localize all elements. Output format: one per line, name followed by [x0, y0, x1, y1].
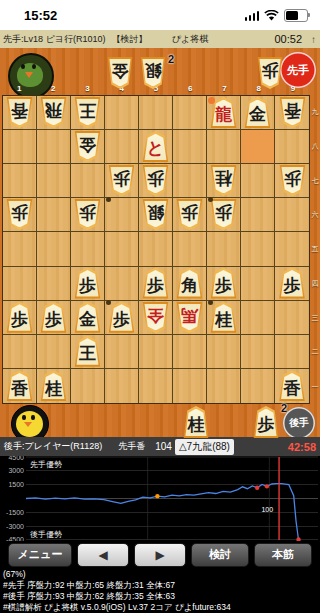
- square-9二[interactable]: [275, 335, 309, 369]
- piece-歩: 歩: [209, 268, 238, 299]
- piece-歩: 歩: [5, 302, 34, 333]
- square-3四[interactable]: 歩: [71, 267, 105, 301]
- gote-clock: 42:58: [288, 441, 316, 453]
- hand-piece-桂[interactable]: 桂: [182, 406, 210, 438]
- hand-piece-count: 2: [168, 53, 174, 65]
- square-9三[interactable]: [275, 301, 309, 335]
- square-3三[interactable]: 金: [71, 301, 105, 335]
- square-2五[interactable]: [37, 232, 71, 266]
- svg-text:4500: 4500: [8, 456, 24, 461]
- square-3九[interactable]: 王: [71, 96, 105, 130]
- file-label-9: 9: [276, 84, 310, 93]
- file-label-6: 6: [173, 84, 207, 93]
- square-6四[interactable]: 角: [173, 267, 207, 301]
- rank-label: 九: [310, 95, 320, 129]
- sente-clock: 00:52: [274, 33, 302, 45]
- square-6六[interactable]: 歩: [173, 198, 207, 232]
- piece-と: と: [141, 131, 170, 162]
- square-8四[interactable]: [241, 267, 275, 301]
- piece-歩: 歩: [107, 165, 136, 196]
- svg-text:後手優勢: 後手優勢: [30, 530, 62, 539]
- rank-label: 七: [310, 164, 320, 198]
- square-3八[interactable]: 金: [71, 130, 105, 164]
- square-1二[interactable]: [3, 335, 37, 369]
- svg-text:-3000: -3000: [6, 523, 24, 530]
- square-7二[interactable]: [207, 335, 241, 369]
- square-7八[interactable]: [207, 130, 241, 164]
- status-bar: 15:52: [0, 0, 320, 30]
- evaluation-graph[interactable]: 450030001500-1500-3000-4500先手優勢後手優勢100: [0, 456, 320, 541]
- analysis-text[interactable]: (67%)#先手 序盤力:92 中盤力:65 終盤力:31 全体:67#後手 序…: [0, 568, 320, 613]
- piece-歩: 歩: [39, 302, 68, 333]
- piece-全: 全: [141, 302, 170, 333]
- up-arrow-icon[interactable]: ↑: [311, 34, 316, 45]
- square-8一[interactable]: [241, 369, 275, 403]
- piece-王: 王: [73, 97, 102, 128]
- piece-桂: 桂: [182, 406, 210, 438]
- svg-text:3000: 3000: [8, 467, 24, 474]
- control-bar: メニュー ◀ ▶ 検討 本筋: [0, 541, 320, 568]
- square-3七[interactable]: [71, 164, 105, 198]
- square-8九[interactable]: 金: [241, 96, 275, 130]
- square-7四[interactable]: 歩: [207, 267, 241, 301]
- square-2八[interactable]: [37, 130, 71, 164]
- square-1七[interactable]: [3, 164, 37, 198]
- piece-歩: 歩: [5, 199, 34, 230]
- piece-王: 王: [73, 336, 102, 367]
- square-9六[interactable]: [275, 198, 309, 232]
- square-1六[interactable]: 歩: [3, 198, 37, 232]
- piece-歩: 歩: [73, 268, 102, 299]
- piece-金: 金: [73, 302, 102, 333]
- square-3六[interactable]: 歩: [71, 198, 105, 232]
- sente-player-label: 先手:Lv18 ピヨ行(R1010): [3, 33, 105, 46]
- square-9一[interactable]: 香: [275, 369, 309, 403]
- piece-歩: 歩: [175, 199, 204, 230]
- square-7九[interactable]: 龍: [207, 96, 241, 130]
- app-title: ぴよ将棋: [172, 33, 208, 46]
- piece-香: 香: [5, 97, 34, 128]
- move-number: 104: [155, 441, 172, 452]
- piece-桂: 桂: [209, 165, 238, 196]
- square-3二[interactable]: 王: [71, 335, 105, 369]
- square-7七[interactable]: 桂: [207, 164, 241, 198]
- file-label-1: 1: [2, 84, 36, 93]
- svg-text:100: 100: [261, 506, 273, 513]
- piece-馬: 馬: [175, 302, 204, 333]
- square-5七[interactable]: 歩: [139, 164, 173, 198]
- square-6三[interactable]: 馬: [173, 301, 207, 335]
- square-6五[interactable]: [173, 232, 207, 266]
- square-9七[interactable]: 歩: [275, 164, 309, 198]
- shogi-board: 香飛王龍金香金と歩歩桂歩歩歩銀歩歩歩歩角歩歩歩歩金歩全馬桂王香桂香: [2, 95, 310, 404]
- header-bar: 先手:Lv18 ピヨ行(R1010) 【検討】 ぴよ将棋 00:52 ↑: [0, 30, 320, 48]
- analysis-line: #先手 序盤力:92 中盤力:65 終盤力:31 全体:67: [3, 580, 317, 591]
- svg-text:1500: 1500: [8, 481, 24, 488]
- file-label-7: 7: [207, 84, 241, 93]
- square-6九[interactable]: [173, 96, 207, 130]
- square-4一[interactable]: [105, 369, 139, 403]
- turn-indicator: 先手番: [118, 440, 145, 453]
- square-8八[interactable]: [241, 130, 275, 164]
- square-6八[interactable]: [173, 130, 207, 164]
- piece-歩: 歩: [141, 165, 170, 196]
- rank-label: 一: [310, 370, 320, 404]
- piece-桂: 桂: [209, 302, 238, 333]
- star-point: [106, 300, 111, 305]
- piece-歩: 歩: [107, 302, 136, 333]
- square-5九[interactable]: [139, 96, 173, 130]
- rank-label: 二: [310, 335, 320, 369]
- next-move-button[interactable]: ▶: [134, 543, 186, 567]
- square-7五[interactable]: [207, 232, 241, 266]
- clock-time: 15:52: [24, 8, 57, 23]
- piece-銀: 銀: [141, 199, 170, 230]
- square-3一[interactable]: [71, 369, 105, 403]
- square-5四[interactable]: 歩: [139, 267, 173, 301]
- square-4八[interactable]: [105, 130, 139, 164]
- square-1三[interactable]: 歩: [3, 301, 37, 335]
- battery-icon: [284, 9, 308, 22]
- square-9八[interactable]: [275, 130, 309, 164]
- last-move-text[interactable]: △7九龍(88): [175, 439, 234, 455]
- move-info-bar: 後手:プレイヤー(R1128) 先手番 104 △7九龍(88) 42:58: [0, 437, 320, 456]
- square-1四[interactable]: [3, 267, 37, 301]
- analysis-line: #棋譜解析 ぴよ将棋 v.5.0.9(iOS) Lv.37 2コア ぴよfutu…: [3, 602, 317, 613]
- analysis-line: #後手 序盤力:93 中盤力:62 終盤力:35 全体:63: [3, 591, 317, 602]
- signal-bars-icon: [245, 11, 260, 21]
- piece-歩: 歩: [209, 199, 238, 230]
- square-9四[interactable]: 歩: [275, 267, 309, 301]
- rank-label: 三: [310, 301, 320, 335]
- piece-桂: 桂: [39, 370, 68, 401]
- piece-飛: 飛: [39, 97, 68, 128]
- square-5一[interactable]: [139, 369, 173, 403]
- menu-button[interactable]: メニュー: [8, 543, 72, 567]
- piece-歩: 歩: [141, 268, 170, 299]
- file-label-2: 2: [36, 84, 70, 93]
- square-5八[interactable]: と: [139, 130, 173, 164]
- piece-香: 香: [278, 97, 307, 128]
- board-frame: 金銀2歩 先手 123456789 香飛王龍金香金と歩歩桂歩歩歩銀歩歩歩歩角歩歩…: [0, 48, 320, 437]
- piece-歩: 歩: [278, 268, 307, 299]
- square-4九[interactable]: [105, 96, 139, 130]
- rank-label: 四: [310, 267, 320, 301]
- last-move-marker: [208, 97, 215, 104]
- piyo-shogi-app: 15:52 先手:Lv18 ピヨ行(R1010) 【検討】 ぴよ将棋 00:52…: [0, 0, 320, 613]
- piece-金: 金: [73, 131, 102, 162]
- square-1五[interactable]: [3, 232, 37, 266]
- kento-button[interactable]: 検討: [191, 543, 249, 567]
- square-8五[interactable]: [241, 232, 275, 266]
- square-2二[interactable]: [37, 335, 71, 369]
- square-6七[interactable]: [173, 164, 207, 198]
- gote-player-label: 後手:プレイヤー(R1128): [4, 440, 102, 453]
- square-6一[interactable]: [173, 369, 207, 403]
- square-2七[interactable]: [37, 164, 71, 198]
- square-4三[interactable]: 歩: [105, 301, 139, 335]
- analysis-line: (67%): [3, 569, 317, 580]
- piece-歩: 歩: [278, 165, 307, 196]
- square-2三[interactable]: 歩: [37, 301, 71, 335]
- square-9九[interactable]: 香: [275, 96, 309, 130]
- mode-label: 【検討】: [111, 33, 147, 46]
- svg-text:先手優勢: 先手優勢: [30, 460, 62, 469]
- hand-piece-count: 2: [281, 402, 287, 414]
- rank-label: 八: [310, 129, 320, 163]
- hand-piece-歩[interactable]: 歩2: [252, 406, 280, 438]
- square-4七[interactable]: 歩: [105, 164, 139, 198]
- prev-move-button[interactable]: ◀: [77, 543, 129, 567]
- sente-badge: 先手: [280, 52, 316, 88]
- square-8六[interactable]: [241, 198, 275, 232]
- piece-香: 香: [5, 370, 34, 401]
- square-4四[interactable]: [105, 267, 139, 301]
- square-7三[interactable]: 桂: [207, 301, 241, 335]
- piece-金: 金: [243, 97, 272, 128]
- square-3五[interactable]: [71, 232, 105, 266]
- square-1九[interactable]: 香: [3, 96, 37, 130]
- svg-text:-1500: -1500: [6, 509, 24, 516]
- square-5二[interactable]: [139, 335, 173, 369]
- file-label-3: 3: [70, 84, 104, 93]
- square-2四[interactable]: [37, 267, 71, 301]
- square-6二[interactable]: [173, 335, 207, 369]
- wifi-icon: [264, 10, 279, 21]
- square-9五[interactable]: [275, 232, 309, 266]
- square-5五[interactable]: [139, 232, 173, 266]
- square-8三[interactable]: [241, 301, 275, 335]
- square-8七[interactable]: [241, 164, 275, 198]
- square-4六[interactable]: [105, 198, 139, 232]
- star-point: [106, 197, 111, 202]
- rank-label: 五: [310, 232, 320, 266]
- square-7六[interactable]: 歩: [207, 198, 241, 232]
- square-2一[interactable]: 桂: [37, 369, 71, 403]
- square-2九[interactable]: 飛: [37, 96, 71, 130]
- square-7一[interactable]: [207, 369, 241, 403]
- square-4五[interactable]: [105, 232, 139, 266]
- square-4二[interactable]: [105, 335, 139, 369]
- honsuji-button[interactable]: 本筋: [254, 543, 312, 567]
- piece-歩: 歩: [252, 406, 280, 438]
- square-1一[interactable]: 香: [3, 369, 37, 403]
- piece-香: 香: [278, 370, 307, 401]
- rank-label: 六: [310, 198, 320, 232]
- gote-badge: 後手: [283, 407, 315, 439]
- square-8二[interactable]: [241, 335, 275, 369]
- square-5六[interactable]: 銀: [139, 198, 173, 232]
- rank-labels: 九八七六五四三二一: [310, 95, 320, 404]
- piece-角: 角: [175, 268, 204, 299]
- square-5三[interactable]: 全: [139, 301, 173, 335]
- square-2六[interactable]: [37, 198, 71, 232]
- square-1八[interactable]: [3, 130, 37, 164]
- piece-歩: 歩: [73, 199, 102, 230]
